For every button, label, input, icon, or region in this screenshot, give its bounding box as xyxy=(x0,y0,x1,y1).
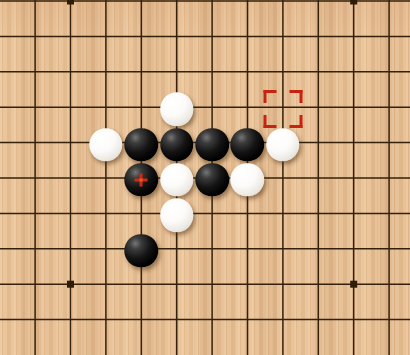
intersection-e7[interactable] xyxy=(88,89,123,124)
intersection-g12[interactable] xyxy=(159,266,194,301)
intersection-f6[interactable] xyxy=(124,54,159,89)
black-stone xyxy=(160,128,194,162)
intersection-j9[interactable] xyxy=(265,160,300,195)
intersection-b10[interactable] xyxy=(0,196,17,231)
intersection-h11[interactable] xyxy=(194,231,229,266)
intersection-j13[interactable] xyxy=(265,302,300,337)
intersection-d7[interactable] xyxy=(53,89,88,124)
intersection-f12[interactable] xyxy=(124,266,159,301)
intersection-b6[interactable] xyxy=(0,54,17,89)
intersection-k7[interactable] xyxy=(301,89,336,124)
intersection-h10[interactable] xyxy=(194,196,229,231)
intersection-d10[interactable] xyxy=(53,196,88,231)
intersection-b11[interactable] xyxy=(0,231,17,266)
intersection-i10[interactable] xyxy=(230,196,265,231)
intersection-c7[interactable] xyxy=(17,89,52,124)
intersection-c12[interactable] xyxy=(17,266,52,301)
bracket-corner-tr xyxy=(289,90,302,103)
intersection-b4[interactable] xyxy=(0,0,17,19)
intersection-m4[interactable] xyxy=(371,0,406,19)
intersection-m8[interactable] xyxy=(371,125,406,160)
intersection-l7[interactable] xyxy=(336,89,371,124)
intersection-j8[interactable] xyxy=(265,125,300,160)
intersection-j7[interactable] xyxy=(265,89,300,124)
intersection-h13[interactable] xyxy=(194,302,229,337)
intersection-d5[interactable] xyxy=(53,19,88,54)
intersection-g5[interactable] xyxy=(159,19,194,54)
intersection-d11[interactable] xyxy=(53,231,88,266)
intersection-e6[interactable] xyxy=(88,54,123,89)
intersection-f13[interactable] xyxy=(124,302,159,337)
intersection-c8[interactable] xyxy=(17,125,52,160)
intersection-f5[interactable] xyxy=(124,19,159,54)
intersection-l5[interactable] xyxy=(336,19,371,54)
intersection-i7[interactable] xyxy=(230,89,265,124)
intersection-d8[interactable] xyxy=(53,125,88,160)
intersection-m7[interactable] xyxy=(371,89,406,124)
white-stone xyxy=(160,199,194,233)
intersection-e13[interactable] xyxy=(88,302,123,337)
intersection-m11[interactable] xyxy=(371,231,406,266)
black-stone xyxy=(125,234,159,268)
bracket-corner-br xyxy=(289,115,302,128)
intersection-f9[interactable] xyxy=(124,160,159,195)
white-stone xyxy=(160,163,194,197)
intersection-l10[interactable] xyxy=(336,196,371,231)
last-move-cross-marker xyxy=(135,173,148,186)
intersection-h12[interactable] xyxy=(194,266,229,301)
black-stone xyxy=(195,163,229,197)
intersection-e5[interactable] xyxy=(88,19,123,54)
intersection-k13[interactable] xyxy=(301,302,336,337)
intersection-h6[interactable] xyxy=(194,54,229,89)
intersection-c13[interactable] xyxy=(17,302,52,337)
black-stone xyxy=(195,128,229,162)
white-stone xyxy=(89,128,123,162)
black-stone xyxy=(125,128,159,162)
intersection-m13[interactable] xyxy=(371,302,406,337)
intersection-i6[interactable] xyxy=(230,54,265,89)
intersection-h5[interactable] xyxy=(194,19,229,54)
intersection-m10[interactable] xyxy=(371,196,406,231)
intersection-b7[interactable] xyxy=(0,89,17,124)
intersection-g11[interactable] xyxy=(159,231,194,266)
intersection-f4[interactable] xyxy=(124,0,159,19)
intersection-g6[interactable] xyxy=(159,54,194,89)
intersection-c11[interactable] xyxy=(17,231,52,266)
white-stone xyxy=(231,163,265,197)
intersection-g8[interactable] xyxy=(159,125,194,160)
intersection-f7[interactable] xyxy=(124,89,159,124)
intersection-i12[interactable] xyxy=(230,266,265,301)
intersection-k4[interactable] xyxy=(301,0,336,19)
board-intersections xyxy=(0,0,407,337)
intersection-k9[interactable] xyxy=(301,160,336,195)
intersection-b13[interactable] xyxy=(0,302,17,337)
gomoku-board xyxy=(0,0,410,355)
intersection-i11[interactable] xyxy=(230,231,265,266)
intersection-i13[interactable] xyxy=(230,302,265,337)
white-stone xyxy=(266,128,300,162)
intersection-i5[interactable] xyxy=(230,19,265,54)
intersection-e10[interactable] xyxy=(88,196,123,231)
intersection-l9[interactable] xyxy=(336,160,371,195)
intersection-l11[interactable] xyxy=(336,231,371,266)
black-stone xyxy=(231,128,265,162)
intersection-b8[interactable] xyxy=(0,125,17,160)
intersection-e11[interactable] xyxy=(88,231,123,266)
intersection-j11[interactable] xyxy=(265,231,300,266)
intersection-k6[interactable] xyxy=(301,54,336,89)
intersection-m9[interactable] xyxy=(371,160,406,195)
intersection-c5[interactable] xyxy=(17,19,52,54)
intersection-j4[interactable] xyxy=(265,0,300,19)
intersection-f8[interactable] xyxy=(124,125,159,160)
intersection-d4[interactable] xyxy=(53,0,88,19)
intersection-h9[interactable] xyxy=(194,160,229,195)
intersection-h8[interactable] xyxy=(194,125,229,160)
intersection-k11[interactable] xyxy=(301,231,336,266)
intersection-e8[interactable] xyxy=(88,125,123,160)
intersection-c9[interactable] xyxy=(17,160,52,195)
intersection-h4[interactable] xyxy=(194,0,229,19)
intersection-d6[interactable] xyxy=(53,54,88,89)
intersection-m12[interactable] xyxy=(371,266,406,301)
intersection-d9[interactable] xyxy=(53,160,88,195)
intersection-g13[interactable] xyxy=(159,302,194,337)
intersection-l12[interactable] xyxy=(336,266,371,301)
intersection-i8[interactable] xyxy=(230,125,265,160)
intersection-e12[interactable] xyxy=(88,266,123,301)
intersection-k8[interactable] xyxy=(301,125,336,160)
intersection-j5[interactable] xyxy=(265,19,300,54)
highlight-bracket-marker xyxy=(263,90,302,128)
intersection-g10[interactable] xyxy=(159,196,194,231)
intersection-c6[interactable] xyxy=(17,54,52,89)
bracket-corner-bl xyxy=(263,115,276,128)
intersection-e4[interactable] xyxy=(88,0,123,19)
intersection-i9[interactable] xyxy=(230,160,265,195)
intersection-d12[interactable] xyxy=(53,266,88,301)
intersection-k10[interactable] xyxy=(301,196,336,231)
intersection-g4[interactable] xyxy=(159,0,194,19)
intersection-l4[interactable] xyxy=(336,0,371,19)
intersection-k12[interactable] xyxy=(301,266,336,301)
intersection-l6[interactable] xyxy=(336,54,371,89)
intersection-d13[interactable] xyxy=(53,302,88,337)
intersection-g7[interactable] xyxy=(159,89,194,124)
intersection-f11[interactable] xyxy=(124,231,159,266)
intersection-h7[interactable] xyxy=(194,89,229,124)
intersection-b12[interactable] xyxy=(0,266,17,301)
intersection-l8[interactable] xyxy=(336,125,371,160)
intersection-g9[interactable] xyxy=(159,160,194,195)
intersection-c10[interactable] xyxy=(17,196,52,231)
intersection-b9[interactable] xyxy=(0,160,17,195)
bracket-corner-tl xyxy=(263,90,276,103)
intersection-k5[interactable] xyxy=(301,19,336,54)
intersection-e9[interactable] xyxy=(88,160,123,195)
intersection-l13[interactable] xyxy=(336,302,371,337)
intersection-m5[interactable] xyxy=(371,19,406,54)
intersection-j6[interactable] xyxy=(265,54,300,89)
intersection-m6[interactable] xyxy=(371,54,406,89)
intersection-c4[interactable] xyxy=(17,0,52,19)
intersection-b5[interactable] xyxy=(0,19,17,54)
intersection-f10[interactable] xyxy=(124,196,159,231)
intersection-j10[interactable] xyxy=(265,196,300,231)
intersection-i4[interactable] xyxy=(230,0,265,19)
white-stone xyxy=(160,92,194,126)
intersection-j12[interactable] xyxy=(265,266,300,301)
